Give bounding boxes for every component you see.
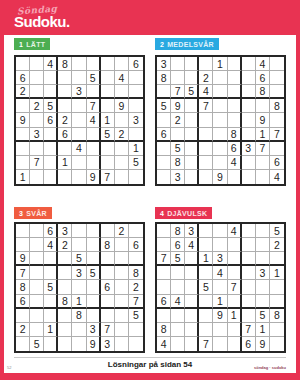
sudoku-cell-r5c9[interactable] (270, 113, 284, 127)
sudoku-cell-r3c1: 9 (16, 252, 30, 266)
sudoku-cell-r5c1: 9 (16, 113, 30, 127)
sudoku-cell-r5c5[interactable] (72, 113, 86, 127)
sudoku-cell-r8c3[interactable] (185, 323, 199, 337)
sudoku-cell-r5c9: 2 (129, 280, 143, 294)
sudoku-cell-r9c4[interactable] (58, 170, 72, 184)
sudoku-cell-r7c3[interactable] (185, 142, 199, 156)
sudoku-cell-r8c3[interactable] (44, 156, 58, 170)
sudoku-cell-r4c5: 4 (213, 266, 227, 280)
sudoku-cell-r7c7[interactable] (101, 309, 115, 323)
sudoku-cell-r1c1[interactable] (16, 224, 30, 238)
sudoku-cell-r1c5[interactable] (72, 57, 86, 71)
sudoku-cell-r4c8[interactable] (256, 99, 270, 113)
sudoku-cell-r2c7[interactable] (242, 71, 256, 85)
puzzle-1-difficulty: LÄTT (26, 41, 45, 48)
sudoku-cell-r3c2[interactable] (30, 252, 44, 266)
sudoku-cell-r3c4: 4 (199, 85, 213, 99)
sudoku-cell-r2c3[interactable] (44, 71, 58, 85)
sudoku-cell-r7c1[interactable] (16, 142, 30, 156)
sudoku-cell-r3c7[interactable] (242, 252, 256, 266)
sudoku-cell-r2c4[interactable] (199, 238, 213, 252)
sudoku-cell-r2c4: 2 (199, 71, 213, 85)
sudoku-cell-r4c7[interactable] (242, 266, 256, 280)
sudoku-cell-r4c4[interactable] (199, 266, 213, 280)
sudoku-cell-r2c2[interactable] (30, 71, 44, 85)
sudoku-cell-r9c6[interactable] (228, 170, 242, 184)
sudoku-cell-r8c8[interactable] (115, 323, 129, 337)
sudoku-cell-r3c9[interactable] (129, 85, 143, 99)
sudoku-cell-r1c8[interactable] (256, 224, 270, 238)
sudoku-cell-r3c8[interactable] (115, 252, 129, 266)
sudoku-cell-r5c8[interactable] (115, 280, 129, 294)
sudoku-cell-r4c1[interactable] (16, 99, 30, 113)
sudoku-cell-r2c9[interactable] (129, 71, 143, 85)
sudoku-cell-r4c7[interactable] (101, 266, 115, 280)
sudoku-cell-r8c4[interactable] (199, 156, 213, 170)
sudoku-cell-r9c7[interactable] (242, 170, 256, 184)
sudoku-cell-r9c5[interactable] (213, 337, 227, 351)
sudoku-cell-r4c3[interactable] (44, 266, 58, 280)
sudoku-cell-r4c3[interactable] (185, 266, 199, 280)
sudoku-cell-r5c4: 2 (58, 113, 72, 127)
sudoku-cell-r8c9: 6 (270, 156, 284, 170)
sudoku-cell-r5c6: 4 (87, 113, 101, 127)
sudoku-cell-r4c7[interactable] (242, 99, 256, 113)
sudoku-cell-r1c7[interactable] (101, 57, 115, 71)
sudoku-cell-r4c9[interactable] (129, 99, 143, 113)
sudoku-cell-r4c1[interactable] (157, 266, 171, 280)
sudoku-cell-r3c5[interactable] (213, 85, 227, 99)
sudoku-cell-r5c8[interactable] (256, 280, 270, 294)
sudoku-cell-r4c6: 5 (87, 266, 101, 280)
sudoku-cell-r9c8: 9 (256, 337, 270, 351)
sudoku-cell-r2c3: 4 (44, 238, 58, 252)
sudoku-cell-r3c1: 7 (157, 252, 171, 266)
sudoku-cell-r9c2[interactable] (171, 337, 185, 351)
sudoku-cell-r1c2[interactable] (30, 224, 44, 238)
sudoku-cell-r5c7[interactable] (242, 280, 256, 294)
header-banner: Söndag Sudoku. (0, 0, 300, 35)
sudoku-cell-r9c3[interactable] (185, 170, 199, 184)
sudoku-cell-r7c3[interactable] (44, 142, 58, 156)
sudoku-cell-r8c9[interactable] (129, 323, 143, 337)
footer-right-text: söndag · sudoku (254, 365, 286, 370)
sudoku-cell-r2c5[interactable] (213, 238, 227, 252)
sudoku-cell-r6c6[interactable] (87, 128, 101, 142)
sudoku-cell-r1c6[interactable] (87, 57, 101, 71)
sudoku-cell-r9c3[interactable] (44, 337, 58, 351)
sudoku-cell-r1c3: 3 (185, 224, 199, 238)
sudoku-cell-r8c5[interactable] (72, 323, 86, 337)
sudoku-cell-r6c8: 1 (256, 128, 270, 142)
sudoku-cell-r7c5: 9 (213, 309, 227, 323)
sudoku-cell-r7c9[interactable] (270, 142, 284, 156)
sudoku-cell-r9c4[interactable] (58, 337, 72, 351)
sudoku-cell-r5c5[interactable] (72, 280, 86, 294)
sudoku-cell-r2c9[interactable] (270, 71, 284, 85)
sudoku-cell-r7c4[interactable] (199, 309, 213, 323)
sudoku-cell-r1c9[interactable] (129, 224, 143, 238)
sudoku-cell-r6c3[interactable] (185, 295, 199, 309)
sudoku-cell-r8c4[interactable] (199, 323, 213, 337)
sudoku-cell-r3c1[interactable] (157, 85, 171, 99)
sudoku-cell-r1c4[interactable] (199, 224, 213, 238)
sudoku-cell-r9c1[interactable] (16, 337, 30, 351)
sudoku-cell-r8c3: 1 (44, 323, 58, 337)
sudoku-cell-r1c2: 8 (171, 224, 185, 238)
sudoku-cell-r4c3: 5 (44, 99, 58, 113)
sudoku-cell-r6c4[interactable] (199, 128, 213, 142)
sudoku-cell-r9c4[interactable] (199, 170, 213, 184)
sudoku-cell-r8c2[interactable] (171, 323, 185, 337)
sudoku-cell-r6c9: 7 (129, 295, 143, 309)
sudoku-cell-r8c9[interactable] (270, 323, 284, 337)
sudoku-cell-r2c1[interactable] (157, 238, 171, 252)
sudoku-cell-r2c8[interactable] (115, 238, 129, 252)
sudoku-cell-r6c3[interactable] (185, 128, 199, 142)
sudoku-cell-r6c6: 8 (228, 128, 242, 142)
sudoku-cell-r6c6[interactable] (87, 295, 101, 309)
sudoku-cell-r3c6[interactable] (87, 252, 101, 266)
sudoku-cell-r3c4[interactable] (58, 85, 72, 99)
sudoku-cell-r1c8: 2 (115, 224, 129, 238)
puzzle-1-badge: 1 LÄTT (14, 38, 50, 50)
sudoku-cell-r6c7[interactable] (242, 128, 256, 142)
sudoku-cell-r5c6[interactable] (87, 280, 101, 294)
sudoku-cell-r5c2[interactable] (30, 113, 44, 127)
sudoku-cell-r5c3[interactable] (185, 113, 199, 127)
sudoku-cell-r8c4[interactable] (58, 323, 72, 337)
sudoku-cell-r8c8[interactable] (256, 156, 270, 170)
sudoku-cell-r9c7: 3 (101, 337, 115, 351)
sudoku-cell-r5c5[interactable] (213, 113, 227, 127)
sudoku-cell-r7c4[interactable] (58, 142, 72, 156)
sudoku-cell-r2c3: 4 (185, 238, 199, 252)
sudoku-cell-r7c1[interactable] (16, 309, 30, 323)
sudoku-cell-r3c6[interactable] (228, 85, 242, 99)
sudoku-cell-r8c5[interactable] (72, 156, 86, 170)
sudoku-cell-r5c6: 7 (228, 280, 242, 294)
sudoku-cell-r3c8[interactable] (256, 252, 270, 266)
sudoku-cell-r8c1[interactable] (157, 156, 171, 170)
sudoku-cell-r4c2: 9 (171, 99, 185, 113)
sudoku-cell-r1c1[interactable] (16, 57, 30, 71)
sudoku-cell-r3c5: 5 (72, 252, 86, 266)
sudoku-cell-r4c2[interactable] (171, 266, 185, 280)
sudoku-cell-r4c4: 7 (199, 99, 213, 113)
sudoku-cell-r3c3[interactable] (44, 85, 58, 99)
sudoku-cell-r3c4: 1 (199, 252, 213, 266)
sudoku-cell-r1c7[interactable] (101, 224, 115, 238)
sudoku-cell-r9c4: 7 (199, 337, 213, 351)
sudoku-cell-r1c4: 8 (58, 57, 72, 71)
sudoku-cell-r9c8[interactable] (115, 170, 129, 184)
sudoku-cell-r2c5[interactable] (72, 71, 86, 85)
sudoku-cell-r8c7[interactable] (242, 156, 256, 170)
sudoku-cell-r1c5[interactable] (72, 224, 86, 238)
sudoku-cell-r1c1: 3 (157, 57, 171, 71)
sudoku-cell-r9c3[interactable] (44, 170, 58, 184)
sudoku-cell-r4c5[interactable] (72, 99, 86, 113)
brand-name-text: Sudoku. (14, 13, 70, 30)
sudoku-cell-r1c3[interactable] (185, 57, 199, 71)
puzzle-3-badge: 3 SVÅR (14, 207, 52, 219)
sudoku-cell-r8c1[interactable] (16, 156, 30, 170)
sudoku-cell-r4c6[interactable] (228, 266, 242, 280)
sudoku-cell-r1c2[interactable] (30, 57, 44, 71)
sudoku-grid-1: 486654232579962413365241715197 (14, 55, 145, 186)
sudoku-cell-r3c1: 2 (16, 85, 30, 99)
sudoku-cell-r3c9[interactable] (270, 252, 284, 266)
puzzle-4-number: 4 (160, 210, 164, 217)
puzzle-4-badge: 4 DJÄVULSK (155, 207, 212, 219)
sudoku-cell-r7c1[interactable] (157, 309, 171, 323)
sudoku-cell-r4c5[interactable] (213, 99, 227, 113)
sudoku-cell-r4c5: 3 (72, 266, 86, 280)
sudoku-cell-r9c5[interactable] (72, 170, 86, 184)
sudoku-cell-r1c9[interactable] (270, 57, 284, 71)
sudoku-cell-r4c4[interactable] (58, 266, 72, 280)
sudoku-cell-r6c8: 2 (115, 128, 129, 142)
sudoku-cell-r2c2: 6 (171, 238, 185, 252)
sudoku-cell-r1c6[interactable] (87, 224, 101, 238)
sudoku-cell-r5c4[interactable] (199, 113, 213, 127)
sudoku-cell-r5c2[interactable] (171, 280, 185, 294)
sudoku-cell-r6c5: 1 (213, 295, 227, 309)
sudoku-cell-r6c7[interactable] (242, 295, 256, 309)
sudoku-cell-r8c5[interactable] (213, 156, 227, 170)
sudoku-cell-r2c7: 8 (101, 238, 115, 252)
sudoku-cell-r1c7[interactable] (242, 57, 256, 71)
sudoku-cell-r6c3[interactable] (44, 295, 58, 309)
sudoku-cell-r4c1: 7 (16, 266, 30, 280)
brand-logo: Söndag Sudoku. (14, 5, 104, 33)
sudoku-cell-r4c3[interactable] (185, 99, 199, 113)
sudoku-cell-r1c6[interactable] (228, 57, 242, 71)
sudoku-cell-r6c5[interactable] (72, 128, 86, 142)
sudoku-cell-r5c3[interactable] (185, 280, 199, 294)
sudoku-cell-r9c9[interactable] (129, 337, 143, 351)
sudoku-cell-r3c3[interactable] (185, 252, 199, 266)
sudoku-cell-r7c2[interactable] (30, 309, 44, 323)
sudoku-cell-r9c1: 4 (157, 337, 171, 351)
sudoku-cell-r3c7[interactable] (101, 252, 115, 266)
sudoku-cell-r5c1: 8 (16, 280, 30, 294)
sudoku-cell-r5c3: 6 (44, 113, 58, 127)
sudoku-cell-r3c9[interactable] (129, 252, 143, 266)
sudoku-cell-r4c8[interactable] (115, 266, 129, 280)
sudoku-cell-r7c6[interactable] (87, 142, 101, 156)
sudoku-cell-r6c6[interactable] (228, 295, 242, 309)
sudoku-cell-r6c2[interactable] (171, 128, 185, 142)
sudoku-cell-r6c9[interactable] (270, 295, 284, 309)
sudoku-cell-r8c1: 8 (157, 323, 171, 337)
sudoku-cell-r7c6[interactable] (87, 309, 101, 323)
sudoku-cell-r2c7[interactable] (101, 71, 115, 85)
sudoku-cell-r7c7[interactable] (242, 309, 256, 323)
sudoku-cell-r3c9[interactable] (270, 85, 284, 99)
sudoku-cell-r2c7[interactable] (242, 238, 256, 252)
sudoku-cell-r6c1: 6 (157, 295, 171, 309)
sudoku-cell-r8c7[interactable] (101, 156, 115, 170)
sudoku-cell-r5c9: 3 (129, 113, 143, 127)
sudoku-cell-r7c3[interactable] (185, 309, 199, 323)
sudoku-cell-r8c8[interactable] (115, 156, 129, 170)
magazine-page: Söndag Sudoku. 1 LÄTT 486654232579962413… (0, 0, 300, 380)
sudoku-cell-r7c1[interactable] (157, 142, 171, 156)
sudoku-cell-r7c5: 4 (72, 142, 86, 156)
sudoku-cell-r6c8[interactable] (256, 295, 270, 309)
sudoku-cell-r8c2[interactable] (30, 323, 44, 337)
sudoku-cell-r6c1: 6 (157, 128, 171, 142)
sudoku-cell-r9c9[interactable] (129, 170, 143, 184)
sudoku-cell-r8c6: 4 (228, 156, 242, 170)
sudoku-cell-r1c7[interactable] (242, 224, 256, 238)
sudoku-cell-r8c7: 7 (101, 323, 115, 337)
sudoku-cell-r7c9: 5 (129, 309, 143, 323)
sudoku-cell-r2c1[interactable] (16, 238, 30, 252)
sudoku-cell-r2c6: 5 (87, 71, 101, 85)
sudoku-cell-r1c5[interactable] (213, 224, 227, 238)
sudoku-cell-r3c6[interactable] (228, 252, 242, 266)
sudoku-cell-r4c8: 9 (115, 99, 129, 113)
sudoku-cell-r8c9: 5 (129, 156, 143, 170)
sudoku-cell-r6c8[interactable] (115, 295, 129, 309)
sudoku-cell-r6c5[interactable] (213, 128, 227, 142)
sudoku-cell-r8c3[interactable] (185, 156, 199, 170)
sudoku-cell-r6c2: 4 (171, 295, 185, 309)
sudoku-cell-r2c4[interactable] (58, 71, 72, 85)
sudoku-cell-r2c8: 4 (115, 71, 129, 85)
sudoku-cell-r4c6[interactable] (228, 99, 242, 113)
sudoku-cell-r9c5[interactable] (72, 337, 86, 351)
sudoku-cell-r7c4[interactable] (199, 142, 213, 156)
sudoku-cell-r5c7[interactable] (242, 113, 256, 127)
sudoku-cell-r2c6[interactable] (228, 238, 242, 252)
sudoku-cell-r6c3[interactable] (44, 128, 58, 142)
sudoku-cell-r7c8: 7 (256, 142, 270, 156)
sudoku-cell-r5c8[interactable] (115, 113, 129, 127)
page-number: 52 (7, 365, 11, 370)
sudoku-cell-r7c3[interactable] (44, 309, 58, 323)
sudoku-cell-r3c2[interactable] (30, 85, 44, 99)
sudoku-cell-r9c2: 5 (30, 337, 44, 351)
sudoku-cell-r9c6[interactable] (228, 337, 242, 351)
page-border-right (296, 35, 300, 380)
sudoku-cell-r9c6: 9 (87, 337, 101, 351)
sudoku-cell-r9c3[interactable] (185, 337, 199, 351)
sudoku-grid-2: 314826754859782968175637846394 (155, 55, 286, 186)
sudoku-cell-r5c4: 5 (199, 280, 213, 294)
sudoku-cell-r2c6[interactable] (87, 238, 101, 252)
sudoku-cell-r9c2[interactable] (30, 170, 44, 184)
sudoku-cell-r2c5[interactable] (72, 238, 86, 252)
sudoku-cell-r7c8[interactable] (115, 142, 129, 156)
sudoku-cell-r3c4[interactable] (58, 252, 72, 266)
sudoku-cell-r6c2[interactable] (30, 295, 44, 309)
sudoku-cell-r8c6[interactable] (87, 156, 101, 170)
sudoku-cell-r8c8: 1 (256, 323, 270, 337)
sudoku-cell-r6c4: 6 (58, 128, 72, 142)
sudoku-cell-r7c9: 8 (270, 309, 284, 323)
sudoku-cell-r7c7[interactable] (101, 142, 115, 156)
sudoku-cell-r8c5[interactable] (213, 323, 227, 337)
sudoku-cell-r3c6[interactable] (87, 85, 101, 99)
sudoku-cell-r6c2: 3 (30, 128, 44, 142)
sudoku-cell-r6c7: 5 (101, 128, 115, 142)
sudoku-cell-r1c4[interactable] (199, 57, 213, 71)
sudoku-cell-r5c4[interactable] (58, 280, 72, 294)
sudoku-cell-r4c4[interactable] (58, 99, 72, 113)
sudoku-cell-r6c1[interactable] (16, 128, 30, 142)
sudoku-cell-r7c4[interactable] (58, 309, 72, 323)
sudoku-cell-r9c8[interactable] (115, 337, 129, 351)
sudoku-cell-r6c4[interactable] (199, 295, 213, 309)
sudoku-cell-r8c4: 1 (58, 156, 72, 170)
sudoku-cell-r5c9[interactable] (270, 280, 284, 294)
sudoku-cell-r2c2[interactable] (30, 238, 44, 252)
sudoku-cell-r5c1[interactable] (157, 113, 171, 127)
sudoku-cell-r3c8[interactable] (115, 85, 129, 99)
sudoku-cell-r9c8[interactable] (256, 170, 270, 184)
sudoku-cell-r1c8[interactable] (115, 57, 129, 71)
sudoku-cell-r1c9: 6 (129, 57, 143, 71)
sudoku-cell-r9c9[interactable] (270, 337, 284, 351)
sudoku-cell-r3c7[interactable] (242, 85, 256, 99)
sudoku-cell-r4c7[interactable] (101, 99, 115, 113)
sudoku-cell-r9c2: 3 (171, 170, 185, 184)
sudoku-cell-r9c1[interactable] (157, 170, 171, 184)
sudoku-cell-r6c9[interactable] (129, 128, 143, 142)
sudoku-cell-r7c2[interactable] (171, 309, 185, 323)
sudoku-cell-r5c2: 2 (171, 113, 185, 127)
sudoku-cell-r2c2[interactable] (171, 71, 185, 85)
sudoku-cell-r2c6[interactable] (228, 71, 242, 85)
sudoku-cell-r2c5[interactable] (213, 71, 227, 85)
sudoku-cell-r6c7[interactable] (101, 295, 115, 309)
sudoku-cell-r6c9: 7 (270, 128, 284, 142)
sudoku-cell-r5c6[interactable] (228, 113, 242, 127)
sudoku-cell-r5c5[interactable] (213, 280, 227, 294)
sudoku-cell-r4c9: 1 (270, 266, 284, 280)
sudoku-cell-r5c2[interactable] (30, 280, 44, 294)
sudoku-cell-r4c8: 3 (256, 266, 270, 280)
sudoku-cell-r2c8[interactable] (256, 238, 270, 252)
sudoku-cell-r7c5[interactable] (213, 142, 227, 156)
sudoku-cell-r1c9: 5 (270, 224, 284, 238)
sudoku-cell-r4c2[interactable] (30, 266, 44, 280)
sudoku-cell-r5c1[interactable] (157, 280, 171, 294)
sudoku-cell-r4c9: 8 (270, 99, 284, 113)
sudoku-cell-r2c1: 6 (16, 71, 30, 85)
sudoku-cell-r8c6[interactable] (228, 323, 242, 337)
sudoku-cell-r7c6: 6 (228, 142, 242, 156)
sudoku-cell-r9c1: 1 (16, 170, 30, 184)
puzzle-2-difficulty: MEDELSVÅR (167, 41, 214, 48)
sudoku-cell-r2c3[interactable] (185, 71, 199, 85)
sudoku-cell-r1c8: 4 (256, 57, 270, 71)
footer-divider (14, 357, 286, 358)
puzzle-2-number: 2 (160, 41, 164, 48)
sudoku-cell-r1c1[interactable] (157, 224, 171, 238)
sudoku-cell-r2c9: 2 (270, 238, 284, 252)
sudoku-cell-r3c3[interactable] (44, 252, 58, 266)
sudoku-cell-r1c2[interactable] (171, 57, 185, 71)
sudoku-cell-r7c9: 1 (129, 142, 143, 156)
sudoku-cell-r3c7[interactable] (101, 85, 115, 99)
sudoku-cell-r7c2[interactable] (30, 142, 44, 156)
sudoku-cell-r7c8[interactable] (115, 309, 129, 323)
